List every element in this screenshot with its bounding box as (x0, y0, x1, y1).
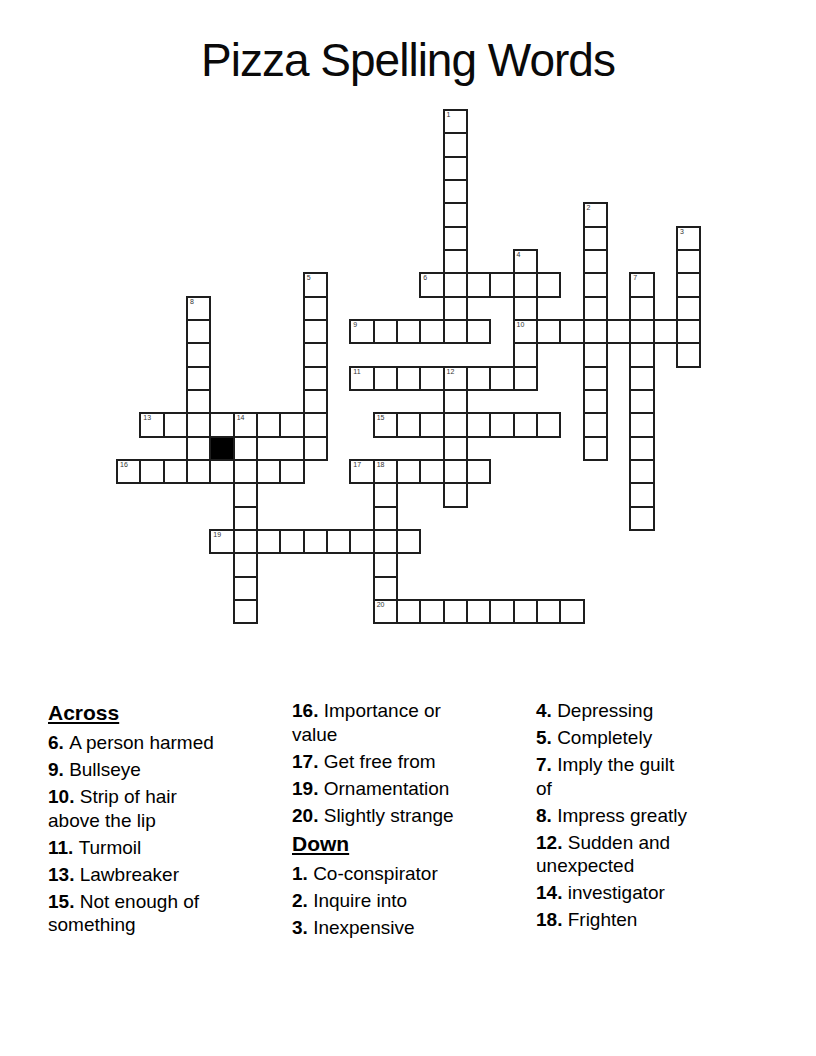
grid-cell[interactable] (396, 459, 421, 484)
grid-cell[interactable] (256, 412, 281, 437)
grid-cell[interactable] (256, 529, 281, 554)
clue-1: 1. Co-conspirator (292, 862, 538, 886)
grid-cell[interactable] (303, 529, 328, 554)
grid-cell[interactable]: 17 (349, 459, 374, 484)
grid-cell[interactable] (303, 319, 328, 344)
grid-cell[interactable]: 1 (443, 109, 468, 134)
clue-7: 7. Imply the guiltof (536, 753, 782, 800)
grid-cell[interactable] (489, 412, 514, 437)
grid-cell[interactable] (536, 272, 561, 297)
grid-cell[interactable] (443, 436, 468, 461)
across-heading: Across (48, 700, 294, 725)
clue-number-label: 4. (536, 700, 557, 721)
grid-cell[interactable] (606, 319, 631, 344)
grid-cell[interactable] (536, 319, 561, 344)
grid-cell[interactable] (373, 482, 398, 507)
grid-cell[interactable] (629, 389, 654, 414)
grid-cell[interactable] (209, 459, 234, 484)
clue-13: 13. Lawbreaker (48, 863, 294, 887)
grid-cell[interactable] (139, 459, 164, 484)
clue-20: 20. Slightly strange (292, 804, 538, 828)
grid-cell[interactable] (443, 226, 468, 251)
grid-cell[interactable] (559, 319, 584, 344)
grid-cell[interactable] (163, 459, 188, 484)
grid-cell[interactable] (466, 319, 491, 344)
cell-number: 15 (377, 414, 385, 422)
cell-number: 3 (680, 228, 684, 236)
grid-cell[interactable] (396, 529, 421, 554)
cell-number: 1 (447, 111, 451, 119)
grid-cell[interactable] (489, 599, 514, 624)
grid-cell[interactable] (676, 342, 701, 367)
clue-17: 17. Get free from (292, 750, 538, 774)
grid-cell[interactable] (233, 599, 258, 624)
grid-cell[interactable] (326, 529, 351, 554)
grid-cell[interactable] (489, 272, 514, 297)
grid-cell[interactable] (443, 132, 468, 157)
clue-number-label: 20. (292, 805, 324, 826)
grid-cell[interactable] (303, 389, 328, 414)
grid-cell[interactable] (629, 366, 654, 391)
grid-cell[interactable] (583, 249, 608, 274)
clue-9: 9. Bullseye (48, 758, 294, 782)
grid-cell[interactable] (233, 459, 258, 484)
grid-cell[interactable] (513, 342, 538, 367)
grid-cell[interactable] (466, 459, 491, 484)
grid-cell[interactable] (373, 576, 398, 601)
grid-cell[interactable] (443, 319, 468, 344)
grid-cell[interactable]: 7 (629, 272, 654, 297)
grid-cell[interactable]: 6 (419, 272, 444, 297)
grid-cell[interactable] (583, 272, 608, 297)
grid-cell[interactable] (233, 482, 258, 507)
cell-number: 13 (143, 414, 151, 422)
clue-number-label: 6. (48, 732, 69, 753)
grid-cell[interactable] (279, 459, 304, 484)
grid-cell[interactable] (186, 389, 211, 414)
grid-cell[interactable] (513, 599, 538, 624)
clue-12: 12. Sudden andunexpected (536, 831, 782, 878)
grid-cell[interactable] (233, 576, 258, 601)
grid-cell[interactable] (466, 272, 491, 297)
cell-number: 5 (307, 274, 311, 282)
grid-cell[interactable] (186, 319, 211, 344)
grid-cell[interactable] (209, 412, 234, 437)
cell-number: 9 (353, 321, 357, 329)
clue-15: 15. Not enough ofsomething (48, 890, 294, 937)
grid-cell[interactable] (536, 412, 561, 437)
grid-cell[interactable] (303, 412, 328, 437)
grid-cell[interactable] (349, 529, 374, 554)
cell-number: 14 (237, 414, 245, 422)
cell-number: 17 (353, 461, 361, 469)
grid-cell[interactable] (163, 412, 188, 437)
clue-14: 14. investigator (536, 881, 782, 905)
grid-cell[interactable] (419, 459, 444, 484)
grid-cell[interactable] (513, 366, 538, 391)
clue-number-label: 17. (292, 751, 324, 772)
cell-number: 7 (633, 274, 637, 282)
grid-cell[interactable] (186, 342, 211, 367)
grid-cell[interactable] (373, 529, 398, 554)
clue-column-middle: 16. Importance orvalue17. Get free from1… (292, 699, 538, 943)
cell-number: 18 (377, 461, 385, 469)
grid-cell[interactable]: 13 (139, 412, 164, 437)
grid-cell[interactable] (466, 366, 491, 391)
grid-cell[interactable]: 19 (209, 529, 234, 554)
grid-cell[interactable]: 18 (373, 459, 398, 484)
grid-cell[interactable] (443, 482, 468, 507)
clue-number-label: 10. (48, 786, 80, 807)
grid-cell[interactable]: 4 (513, 249, 538, 274)
clue-number-label: 9. (48, 759, 69, 780)
clue-number-label: 11. (48, 837, 79, 858)
grid-cell[interactable] (186, 459, 211, 484)
grid-cell[interactable] (513, 272, 538, 297)
cell-number: 20 (377, 601, 385, 609)
grid-cell[interactable] (466, 412, 491, 437)
grid-cell[interactable] (583, 296, 608, 321)
grid-cell[interactable]: 11 (349, 366, 374, 391)
clue-number-label: 3. (292, 917, 313, 938)
clue-number-label: 8. (536, 805, 557, 826)
grid-cell[interactable] (629, 482, 654, 507)
cell-number: 12 (447, 368, 455, 376)
grid-cell[interactable] (443, 202, 468, 227)
clue-2: 2. Inquire into (292, 889, 538, 913)
grid-cell[interactable] (629, 342, 654, 367)
grid-cell[interactable]: 3 (676, 226, 701, 251)
grid-cell[interactable] (443, 599, 468, 624)
clue-5: 5. Completely (536, 726, 782, 750)
grid-cell[interactable] (186, 436, 211, 461)
grid-cell[interactable] (419, 412, 444, 437)
grid-cell[interactable] (676, 272, 701, 297)
cell-number: 6 (423, 274, 427, 282)
grid-cell[interactable]: 9 (349, 319, 374, 344)
grid-cell[interactable] (629, 412, 654, 437)
grid-cell[interactable] (396, 412, 421, 437)
clue-column-down: 4. Depressing5. Completely7. Imply the g… (536, 699, 782, 935)
grid-cell[interactable] (443, 156, 468, 181)
grid-cell[interactable] (303, 436, 328, 461)
grid-cell[interactable]: 15 (373, 412, 398, 437)
grid-cell[interactable] (186, 366, 211, 391)
grid-cell[interactable] (489, 366, 514, 391)
grid-cell[interactable] (233, 436, 258, 461)
clue-8: 8. Impress greatly (536, 804, 782, 828)
grid-cell[interactable] (583, 412, 608, 437)
clue-16: 16. Importance orvalue (292, 699, 538, 746)
cell-number: 4 (517, 251, 521, 259)
grid-cell[interactable] (583, 319, 608, 344)
crossword-grid: 1234567891011121314151617181920 (117, 110, 701, 624)
grid-cell[interactable]: 5 (303, 272, 328, 297)
clue-column-across: Across6. A person harmed9. Bullseye10. S… (48, 699, 294, 940)
grid-cell[interactable] (233, 552, 258, 577)
grid-cell[interactable] (419, 599, 444, 624)
grid-cell[interactable]: 12 (443, 366, 468, 391)
grid-cell[interactable] (536, 599, 561, 624)
grid-cell[interactable] (513, 296, 538, 321)
grid-cell[interactable] (583, 389, 608, 414)
clue-10: 10. Strip of hairabove the lip (48, 785, 294, 832)
clue-number-label: 1. (292, 863, 313, 884)
cell-number: 19 (213, 531, 221, 539)
grid-cell[interactable] (233, 529, 258, 554)
grid-cell[interactable] (373, 366, 398, 391)
grid-cell[interactable] (396, 599, 421, 624)
clue-number-label: 13. (48, 864, 80, 885)
grid-cell[interactable]: 20 (373, 599, 398, 624)
grid-cell[interactable] (186, 412, 211, 437)
cell-number: 2 (587, 204, 591, 212)
grid-cell[interactable] (513, 412, 538, 437)
grid-cell[interactable] (629, 436, 654, 461)
clue-19: 19. Ornamentation (292, 777, 538, 801)
clue-number-label: 19. (292, 778, 324, 799)
grid-cell[interactable] (629, 459, 654, 484)
grid-cell[interactable] (396, 319, 421, 344)
grid-cell[interactable] (303, 296, 328, 321)
grid-cell[interactable] (676, 249, 701, 274)
grid-cell[interactable] (373, 506, 398, 531)
clue-number-label: 7. (536, 754, 557, 775)
grid-cell[interactable] (676, 319, 701, 344)
grid-cell[interactable] (629, 506, 654, 531)
grid-cell[interactable] (559, 599, 584, 624)
grid-cell[interactable]: 2 (583, 202, 608, 227)
grid-cell[interactable] (373, 319, 398, 344)
grid-cell[interactable]: 14 (233, 412, 258, 437)
grid-cell[interactable] (256, 459, 281, 484)
grid-cell[interactable] (419, 366, 444, 391)
grid-cell[interactable] (279, 412, 304, 437)
clue-18: 18. Frighten (536, 908, 782, 932)
grid-cell[interactable] (303, 366, 328, 391)
grid-cell[interactable] (583, 342, 608, 367)
grid-cell[interactable] (279, 529, 304, 554)
grid-cell[interactable] (443, 296, 468, 321)
grid-cell[interactable] (443, 249, 468, 274)
grid-cell[interactable]: 8 (186, 296, 211, 321)
cell-number: 11 (353, 368, 360, 376)
grid-cell[interactable] (233, 506, 258, 531)
grid-cell[interactable] (583, 436, 608, 461)
grid-cell[interactable] (629, 319, 654, 344)
clue-number-label: 2. (292, 890, 313, 911)
grid-cell[interactable] (653, 319, 678, 344)
grid-cell[interactable] (443, 272, 468, 297)
clue-number-label: 14. (536, 882, 568, 903)
grid-cell[interactable]: 16 (116, 459, 141, 484)
grid-cell[interactable] (466, 599, 491, 624)
clue-number-label: 16. (292, 700, 324, 721)
grid-cell[interactable] (303, 342, 328, 367)
grid-cell[interactable] (629, 296, 654, 321)
cell-number: 10 (517, 321, 525, 329)
grid-cell[interactable] (583, 226, 608, 251)
cell-number: 16 (120, 461, 128, 469)
grid-cell[interactable] (443, 179, 468, 204)
cell-number: 8 (190, 298, 194, 306)
grid-cell[interactable] (583, 366, 608, 391)
grid-cell[interactable] (443, 459, 468, 484)
grid-cell[interactable] (373, 552, 398, 577)
clue-number-label: 5. (536, 727, 557, 748)
clue-4: 4. Depressing (536, 699, 782, 723)
grid-cell[interactable] (396, 366, 421, 391)
clue-11: 11. Turmoil (48, 836, 294, 860)
grid-cell[interactable] (443, 412, 468, 437)
clue-6: 6. A person harmed (48, 731, 294, 755)
grid-cell[interactable]: 10 (513, 319, 538, 344)
black-cell (209, 436, 234, 461)
grid-cell[interactable] (443, 389, 468, 414)
grid-cell[interactable] (419, 319, 444, 344)
page-title: Pizza Spelling Words (0, 33, 816, 87)
clue-3: 3. Inexpensive (292, 916, 538, 940)
down-heading: Down (292, 831, 538, 856)
grid-cell[interactable] (676, 296, 701, 321)
clue-number-label: 15. (48, 891, 80, 912)
clue-number-label: 18. (536, 909, 568, 930)
clue-number-label: 12. (536, 832, 568, 853)
